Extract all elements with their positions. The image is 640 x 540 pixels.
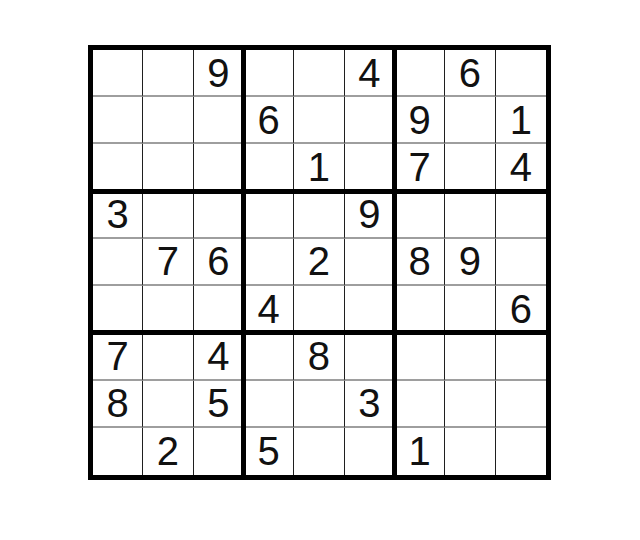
cell-r6c2-empty[interactable]: [143, 286, 193, 333]
cell-r6c8-empty[interactable]: [445, 286, 495, 333]
cell-r1c7-empty[interactable]: [395, 50, 445, 97]
cell-r2c2-empty[interactable]: [143, 97, 193, 144]
cell-r9c3-empty[interactable]: [194, 428, 244, 475]
cell-r5c8-given: 9: [445, 239, 495, 286]
cell-r6c1-empty[interactable]: [93, 286, 143, 333]
box-divider-vertical-1: [241, 50, 246, 475]
cell-r7c4-empty[interactable]: [244, 333, 294, 380]
box-divider-vertical-2: [392, 50, 397, 475]
cell-r2c1-empty[interactable]: [93, 97, 143, 144]
cell-r8c5-empty[interactable]: [294, 381, 344, 428]
cell-r5c3-given: 6: [194, 239, 244, 286]
cell-r3c9-given: 4: [496, 144, 546, 191]
cell-r2c3-empty[interactable]: [194, 97, 244, 144]
cell-r7c5-given: 8: [294, 333, 344, 380]
cell-r7c2-empty[interactable]: [143, 333, 193, 380]
cell-r8c6-given: 3: [345, 381, 395, 428]
cell-r4c5-empty[interactable]: [294, 192, 344, 239]
cell-r2c7-given: 9: [395, 97, 445, 144]
cell-r1c4-empty[interactable]: [244, 50, 294, 97]
cell-r2c8-empty[interactable]: [445, 97, 495, 144]
cell-r5c6-empty[interactable]: [345, 239, 395, 286]
cell-r2c5-empty[interactable]: [294, 97, 344, 144]
cell-r9c6-empty[interactable]: [345, 428, 395, 475]
cell-r5c2-given: 7: [143, 239, 193, 286]
cell-r1c3-given: 9: [194, 50, 244, 97]
cell-r7c6-empty[interactable]: [345, 333, 395, 380]
cell-r8c8-empty[interactable]: [445, 381, 495, 428]
sudoku-board: 946691174397628946748853251: [88, 45, 551, 480]
cell-r3c1-empty[interactable]: [93, 144, 143, 191]
cell-r8c7-empty[interactable]: [395, 381, 445, 428]
cell-r4c3-empty[interactable]: [194, 192, 244, 239]
cell-r3c2-empty[interactable]: [143, 144, 193, 191]
cell-r3c3-empty[interactable]: [194, 144, 244, 191]
cell-r9c7-given: 1: [395, 428, 445, 475]
sudoku-grid: 946691174397628946748853251: [93, 50, 546, 475]
cell-r9c4-given: 5: [244, 428, 294, 475]
cell-r9c8-empty[interactable]: [445, 428, 495, 475]
cell-r6c4-given: 4: [244, 286, 294, 333]
cell-r1c2-empty[interactable]: [143, 50, 193, 97]
cell-r3c6-empty[interactable]: [345, 144, 395, 191]
cell-r6c6-empty[interactable]: [345, 286, 395, 333]
cell-r1c8-given: 6: [445, 50, 495, 97]
cell-r8c4-empty[interactable]: [244, 381, 294, 428]
cell-r3c5-given: 1: [294, 144, 344, 191]
cell-r4c4-empty[interactable]: [244, 192, 294, 239]
cell-r1c1-empty[interactable]: [93, 50, 143, 97]
cell-r1c6-given: 4: [345, 50, 395, 97]
cell-r5c7-given: 8: [395, 239, 445, 286]
cell-r8c1-given: 8: [93, 381, 143, 428]
cell-r3c4-empty[interactable]: [244, 144, 294, 191]
cell-r8c2-empty[interactable]: [143, 381, 193, 428]
cell-r5c4-empty[interactable]: [244, 239, 294, 286]
sudoku-page: 946691174397628946748853251: [0, 0, 640, 540]
box-divider-horizontal-1: [93, 189, 546, 194]
cell-r4c2-empty[interactable]: [143, 192, 193, 239]
cell-r2c9-given: 1: [496, 97, 546, 144]
cell-r1c5-empty[interactable]: [294, 50, 344, 97]
cell-r5c5-given: 2: [294, 239, 344, 286]
cell-r7c1-given: 7: [93, 333, 143, 380]
cell-r9c5-empty[interactable]: [294, 428, 344, 475]
cell-r7c3-given: 4: [194, 333, 244, 380]
cell-r6c5-empty[interactable]: [294, 286, 344, 333]
cell-r7c8-empty[interactable]: [445, 333, 495, 380]
box-divider-horizontal-2: [93, 330, 546, 335]
cell-r2c6-empty[interactable]: [345, 97, 395, 144]
cell-r6c7-empty[interactable]: [395, 286, 445, 333]
cell-r8c3-given: 5: [194, 381, 244, 428]
cell-r2c4-given: 6: [244, 97, 294, 144]
cell-r8c9-empty[interactable]: [496, 381, 546, 428]
cell-r9c9-empty[interactable]: [496, 428, 546, 475]
cell-r9c2-given: 2: [143, 428, 193, 475]
cell-r4c9-empty[interactable]: [496, 192, 546, 239]
cell-r4c8-empty[interactable]: [445, 192, 495, 239]
cell-r5c9-empty[interactable]: [496, 239, 546, 286]
cell-r4c1-given: 3: [93, 192, 143, 239]
cell-r6c9-given: 6: [496, 286, 546, 333]
cell-r3c7-given: 7: [395, 144, 445, 191]
cell-r7c9-empty[interactable]: [496, 333, 546, 380]
cell-r7c7-empty[interactable]: [395, 333, 445, 380]
cell-r4c6-given: 9: [345, 192, 395, 239]
cell-r4c7-empty[interactable]: [395, 192, 445, 239]
cell-r1c9-empty[interactable]: [496, 50, 546, 97]
cell-r3c8-empty[interactable]: [445, 144, 495, 191]
cell-r5c1-empty[interactable]: [93, 239, 143, 286]
cell-r6c3-empty[interactable]: [194, 286, 244, 333]
cell-r9c1-empty[interactable]: [93, 428, 143, 475]
